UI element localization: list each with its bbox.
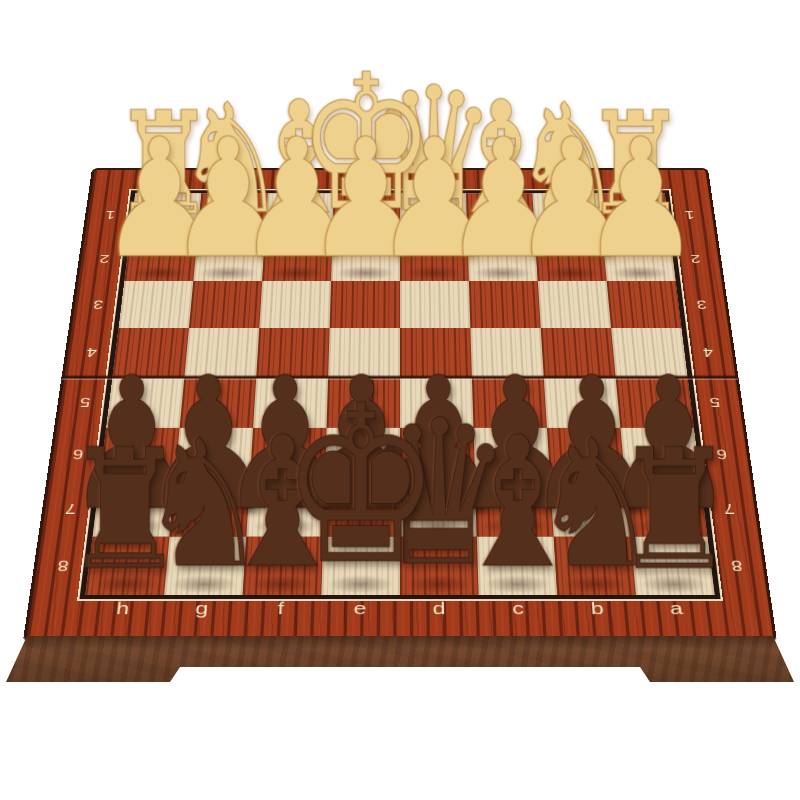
board-stage: ♜♞♝♚♛♝♞♜♟♟♟♟♟♟♟♟♟♟♟♟♟♟♟♟♜♞♝♚♛♝♞♜ hgfedcb… bbox=[64, 47, 736, 715]
chess-set-photo: ♜♞♝♚♛♝♞♜♟♟♟♟♟♟♟♟♟♟♟♟♟♟♟♟♜♞♝♚♛♝♞♜ hgfedcb… bbox=[0, 0, 800, 800]
rank-label-right-3: 3 bbox=[678, 298, 726, 311]
square-h3 bbox=[119, 281, 194, 328]
black-king-e8: ♚ bbox=[281, 382, 441, 589]
square-a3 bbox=[607, 281, 682, 328]
file-label-e: e bbox=[321, 598, 400, 618]
rank-label-left-3: 3 bbox=[74, 298, 122, 311]
black-rook-h8: ♜ bbox=[64, 432, 186, 589]
file-label-c: c bbox=[479, 598, 559, 618]
file-label-f: f bbox=[241, 598, 321, 618]
square-f3 bbox=[259, 281, 331, 328]
square-g3 bbox=[189, 281, 262, 328]
file-label-h: h bbox=[82, 598, 163, 618]
file-label-b: b bbox=[558, 598, 639, 618]
square-c3 bbox=[469, 281, 541, 328]
square-a2: ♟ bbox=[603, 236, 676, 281]
square-e3 bbox=[330, 281, 400, 328]
square-b3 bbox=[538, 281, 611, 328]
black-rook-a8: ♜ bbox=[614, 432, 736, 589]
squares-grid: ♜♞♝♚♛♝♞♜♟♟♟♟♟♟♟♟♟♟♟♟♟♟♟♟♜♞♝♚♛♝♞♜ bbox=[85, 193, 714, 595]
chess-board: ♜♞♝♚♛♝♞♜♟♟♟♟♟♟♟♟♟♟♟♟♟♟♟♟♜♞♝♚♛♝♞♜ hgfedcb… bbox=[27, 170, 774, 639]
file-label-g: g bbox=[162, 598, 243, 618]
square-e8: ♚ bbox=[321, 537, 400, 595]
square-h8: ♜ bbox=[85, 537, 169, 595]
square-a8: ♜ bbox=[631, 537, 715, 595]
rank-label-right-1: 1 bbox=[667, 209, 713, 221]
file-label-d: d bbox=[400, 598, 479, 618]
playing-area: ♜♞♝♚♛♝♞♜♟♟♟♟♟♟♟♟♟♟♟♟♟♟♟♟♜♞♝♚♛♝♞♜ bbox=[79, 190, 720, 599]
rank-label-right-2: 2 bbox=[672, 252, 719, 264]
square-d3 bbox=[400, 281, 470, 328]
rank-label-left-2: 2 bbox=[81, 252, 128, 264]
rank-label-left-1: 1 bbox=[87, 209, 133, 221]
file-label-a: a bbox=[636, 598, 717, 618]
